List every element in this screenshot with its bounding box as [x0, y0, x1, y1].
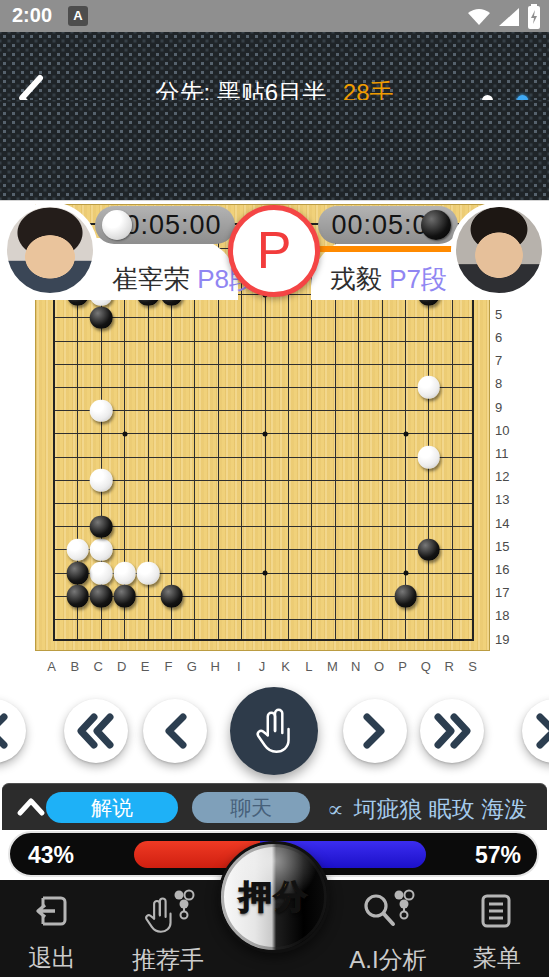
col-label-A: A	[44, 659, 60, 674]
stone-Q11	[418, 446, 441, 469]
col-label-H: H	[207, 659, 223, 674]
left-player-avatar[interactable]	[2, 202, 98, 298]
grid-line-horizontal	[55, 387, 472, 388]
col-label-C: C	[90, 659, 106, 674]
grid-line-horizontal	[55, 341, 472, 342]
col-label-F: F	[161, 659, 177, 674]
pause-button[interactable]: P	[228, 205, 320, 297]
star-point	[122, 431, 127, 436]
spectator-icon: ∝	[324, 796, 347, 822]
col-label-J: J	[254, 659, 270, 674]
row-label-11: 11	[495, 446, 519, 461]
white-stone-icon	[102, 210, 132, 240]
hand-play-button[interactable]	[230, 687, 318, 775]
col-label-S: S	[465, 659, 481, 674]
grid-line-horizontal	[55, 503, 472, 504]
stone-B16	[67, 562, 90, 585]
wifi-icon	[467, 7, 491, 27]
stone-C15	[90, 539, 113, 562]
tab-chat[interactable]: 聊天	[192, 792, 310, 823]
star-point	[263, 431, 268, 436]
exit-label: 退出	[0, 942, 112, 974]
ime-indicator-icon: A	[68, 6, 88, 26]
black-win-percent: 43%	[28, 842, 74, 869]
comment-tab-bar: 解说 聊天 ∝ 坷疵狼 眠玫 海泼	[2, 783, 547, 830]
cellular-signal-icon	[498, 7, 520, 27]
stone-D16	[113, 562, 136, 585]
row-label-7: 7	[495, 353, 519, 368]
spectator-list[interactable]: ∝ 坷疵狼 眠玫 海泼	[324, 794, 549, 825]
star-point	[263, 571, 268, 576]
move-navigation	[0, 680, 549, 780]
row-label-10: 10	[495, 423, 519, 438]
hint-move-button[interactable]: 推荐手	[108, 888, 228, 976]
bet-label: 押分	[239, 875, 309, 920]
stone-F17	[160, 585, 183, 608]
row-label-14: 14	[495, 516, 519, 531]
grid-line-horizontal	[55, 457, 472, 458]
row-label-5: 5	[495, 307, 519, 322]
turn-indicator-bar	[318, 246, 466, 252]
stone-P17	[394, 585, 417, 608]
grid-line-horizontal	[55, 480, 472, 481]
step-forward-button[interactable]	[343, 699, 407, 763]
header: 分先: 黑贴6目半 28手	[0, 32, 549, 100]
black-stone-icon	[421, 210, 451, 240]
stone-C5	[90, 307, 113, 330]
hint-hand-icon	[139, 888, 197, 936]
stone-C17	[90, 585, 113, 608]
right-player-name: 戎毅 P7段	[330, 262, 447, 297]
ai-label: A.I分析	[328, 944, 448, 976]
grid-line-horizontal	[55, 317, 472, 318]
menu-document-icon	[474, 888, 520, 934]
go-to-start-button[interactable]	[0, 699, 26, 763]
col-label-P: P	[395, 659, 411, 674]
fast-forward-button[interactable]	[420, 699, 484, 763]
grid-line-horizontal	[55, 549, 472, 550]
grid-line-horizontal	[55, 364, 472, 365]
star-point	[403, 431, 408, 436]
row-label-18: 18	[495, 608, 519, 623]
ai-magnifier-icon	[359, 888, 417, 936]
status-bar: 2:00 A	[0, 0, 549, 32]
spectator-names: 坷疵狼 眠玫 海泼	[353, 796, 527, 822]
players-panel: 00:05:00 00:05:00 崔宰荣 P8段 戎毅 P7段 P	[0, 100, 549, 200]
app-screen: 2:00 A 分先: 黑贴6目半 28手	[0, 0, 549, 977]
ai-analysis-button[interactable]: A.I分析	[328, 888, 448, 976]
step-backward-button[interactable]	[143, 699, 207, 763]
row-label-19: 19	[495, 632, 519, 647]
stone-C14	[90, 515, 113, 538]
grid-line-horizontal	[55, 526, 472, 527]
col-label-N: N	[348, 659, 364, 674]
stone-Q15	[418, 539, 441, 562]
right-player-clock: 00:05:00	[318, 206, 458, 244]
col-label-B: B	[67, 659, 83, 674]
right-player-avatar[interactable]	[451, 202, 547, 298]
stone-C9	[90, 399, 113, 422]
left-player-clock: 00:05:00	[95, 206, 235, 244]
exit-door-icon	[29, 888, 75, 934]
fast-backward-button[interactable]	[64, 699, 128, 763]
right-rank-text: P7段	[389, 264, 447, 294]
stone-B17	[67, 585, 90, 608]
row-label-9: 9	[495, 400, 519, 415]
left-name-text: 崔宰荣	[112, 264, 190, 294]
tab-commentary[interactable]: 解说	[46, 792, 178, 823]
grid-line-horizontal	[55, 410, 472, 411]
stone-C12	[90, 469, 113, 492]
hint-label: 推荐手	[108, 944, 228, 976]
stone-D17	[113, 585, 136, 608]
row-label-17: 17	[495, 585, 519, 600]
stone-Q8	[418, 376, 441, 399]
row-label-8: 8	[495, 376, 519, 391]
hand-gesture-icon	[251, 704, 297, 758]
menu-label: 菜单	[437, 942, 549, 974]
col-label-K: K	[278, 659, 294, 674]
row-label-16: 16	[495, 562, 519, 577]
col-label-M: M	[324, 659, 340, 674]
clock-time: 2:00	[12, 4, 52, 27]
col-label-E: E	[137, 659, 153, 674]
star-point	[403, 571, 408, 576]
white-win-percent: 57%	[475, 842, 521, 869]
status-icons	[467, 4, 541, 30]
col-label-R: R	[441, 659, 457, 674]
col-label-Q: Q	[418, 659, 434, 674]
col-label-G: G	[184, 659, 200, 674]
row-label-13: 13	[495, 492, 519, 507]
bet-points-button[interactable]: 押分	[218, 841, 330, 953]
exit-button[interactable]: 退出	[0, 888, 112, 974]
battery-icon	[527, 4, 541, 30]
go-to-end-button[interactable]	[522, 699, 549, 763]
row-label-12: 12	[495, 469, 519, 484]
stone-B15	[67, 539, 90, 562]
col-label-L: L	[301, 659, 317, 674]
col-label-I: I	[231, 659, 247, 674]
collapse-up-icon[interactable]	[16, 796, 46, 818]
stone-C16	[90, 562, 113, 585]
grid-line-horizontal	[55, 619, 472, 620]
menu-button[interactable]: 菜单	[437, 888, 549, 974]
row-label-15: 15	[495, 539, 519, 554]
col-label-D: D	[114, 659, 130, 674]
stone-E16	[137, 562, 160, 585]
col-label-O: O	[371, 659, 387, 674]
row-label-6: 6	[495, 330, 519, 345]
right-name-text: 戎毅	[330, 264, 382, 294]
